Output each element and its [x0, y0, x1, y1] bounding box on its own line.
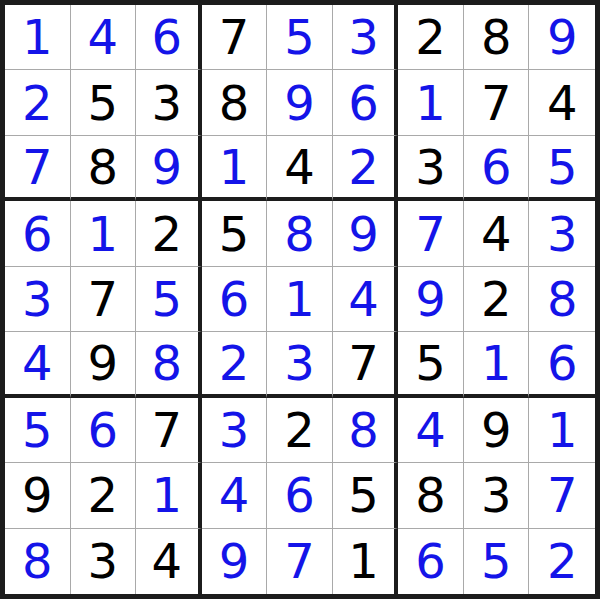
cell-r2c6[interactable]: 6: [333, 70, 399, 135]
cell-r3c9[interactable]: 5: [529, 136, 595, 201]
cell-r7c5[interactable]: 2: [267, 398, 333, 463]
cell-r2c8[interactable]: 7: [464, 70, 530, 135]
cell-r4c2[interactable]: 1: [71, 201, 137, 266]
cell-r4c5[interactable]: 8: [267, 201, 333, 266]
sudoku-board: 1467532892538961747891423656125897433756…: [0, 0, 600, 599]
cell-r6c1[interactable]: 4: [5, 332, 71, 397]
cell-r3c5[interactable]: 4: [267, 136, 333, 201]
cell-r8c4[interactable]: 4: [202, 463, 268, 528]
cell-r5c7[interactable]: 9: [398, 267, 464, 332]
cell-r8c8[interactable]: 3: [464, 463, 530, 528]
cell-r1c5[interactable]: 5: [267, 5, 333, 70]
cell-r9c6[interactable]: 1: [333, 529, 399, 594]
cell-r2c7[interactable]: 1: [398, 70, 464, 135]
cell-r9c2[interactable]: 3: [71, 529, 137, 594]
cell-r7c1[interactable]: 5: [5, 398, 71, 463]
cell-r5c5[interactable]: 1: [267, 267, 333, 332]
cell-r4c3[interactable]: 2: [136, 201, 202, 266]
cell-r3c8[interactable]: 6: [464, 136, 530, 201]
cell-r2c3[interactable]: 3: [136, 70, 202, 135]
cell-r4c8[interactable]: 4: [464, 201, 530, 266]
cell-r1c3[interactable]: 6: [136, 5, 202, 70]
cell-r3c2[interactable]: 8: [71, 136, 137, 201]
cell-r2c5[interactable]: 9: [267, 70, 333, 135]
cell-r6c3[interactable]: 8: [136, 332, 202, 397]
cell-r6c2[interactable]: 9: [71, 332, 137, 397]
cell-r1c7[interactable]: 2: [398, 5, 464, 70]
cell-r2c9[interactable]: 4: [529, 70, 595, 135]
cell-r7c8[interactable]: 9: [464, 398, 530, 463]
cell-r8c9[interactable]: 7: [529, 463, 595, 528]
cell-r7c2[interactable]: 6: [71, 398, 137, 463]
cell-r1c8[interactable]: 8: [464, 5, 530, 70]
cell-r5c8[interactable]: 2: [464, 267, 530, 332]
cell-r1c6[interactable]: 3: [333, 5, 399, 70]
cell-r6c8[interactable]: 1: [464, 332, 530, 397]
cell-r5c1[interactable]: 3: [5, 267, 71, 332]
cell-r3c4[interactable]: 1: [202, 136, 268, 201]
cell-r8c5[interactable]: 6: [267, 463, 333, 528]
cell-r2c4[interactable]: 8: [202, 70, 268, 135]
cell-r8c1[interactable]: 9: [5, 463, 71, 528]
cell-r6c9[interactable]: 6: [529, 332, 595, 397]
cell-r4c7[interactable]: 7: [398, 201, 464, 266]
cell-r3c1[interactable]: 7: [5, 136, 71, 201]
cell-r9c3[interactable]: 4: [136, 529, 202, 594]
cell-r5c3[interactable]: 5: [136, 267, 202, 332]
cell-r7c9[interactable]: 1: [529, 398, 595, 463]
cell-r9c1[interactable]: 8: [5, 529, 71, 594]
cell-r5c4[interactable]: 6: [202, 267, 268, 332]
cell-r1c2[interactable]: 4: [71, 5, 137, 70]
cell-r1c1[interactable]: 1: [5, 5, 71, 70]
cell-r6c5[interactable]: 3: [267, 332, 333, 397]
cell-r9c5[interactable]: 7: [267, 529, 333, 594]
cell-r5c6[interactable]: 4: [333, 267, 399, 332]
cell-r5c9[interactable]: 8: [529, 267, 595, 332]
cell-r4c9[interactable]: 3: [529, 201, 595, 266]
cell-r1c4[interactable]: 7: [202, 5, 268, 70]
cell-r9c7[interactable]: 6: [398, 529, 464, 594]
cell-r9c4[interactable]: 9: [202, 529, 268, 594]
cell-r4c1[interactable]: 6: [5, 201, 71, 266]
cell-r3c6[interactable]: 2: [333, 136, 399, 201]
cell-r3c3[interactable]: 9: [136, 136, 202, 201]
cell-r5c2[interactable]: 7: [71, 267, 137, 332]
cell-r2c2[interactable]: 5: [71, 70, 137, 135]
cell-r7c3[interactable]: 7: [136, 398, 202, 463]
cell-r8c7[interactable]: 8: [398, 463, 464, 528]
cell-r3c7[interactable]: 3: [398, 136, 464, 201]
cell-r7c7[interactable]: 4: [398, 398, 464, 463]
cell-r4c4[interactable]: 5: [202, 201, 268, 266]
cell-r9c8[interactable]: 5: [464, 529, 530, 594]
cell-r8c6[interactable]: 5: [333, 463, 399, 528]
cell-r6c7[interactable]: 5: [398, 332, 464, 397]
cell-r7c4[interactable]: 3: [202, 398, 268, 463]
cell-r8c2[interactable]: 2: [71, 463, 137, 528]
cell-r6c4[interactable]: 2: [202, 332, 268, 397]
cell-r1c9[interactable]: 9: [529, 5, 595, 70]
cell-r7c6[interactable]: 8: [333, 398, 399, 463]
cell-r2c1[interactable]: 2: [5, 70, 71, 135]
cell-r9c9[interactable]: 2: [529, 529, 595, 594]
cell-r4c6[interactable]: 9: [333, 201, 399, 266]
cell-r6c6[interactable]: 7: [333, 332, 399, 397]
cell-r8c3[interactable]: 1: [136, 463, 202, 528]
